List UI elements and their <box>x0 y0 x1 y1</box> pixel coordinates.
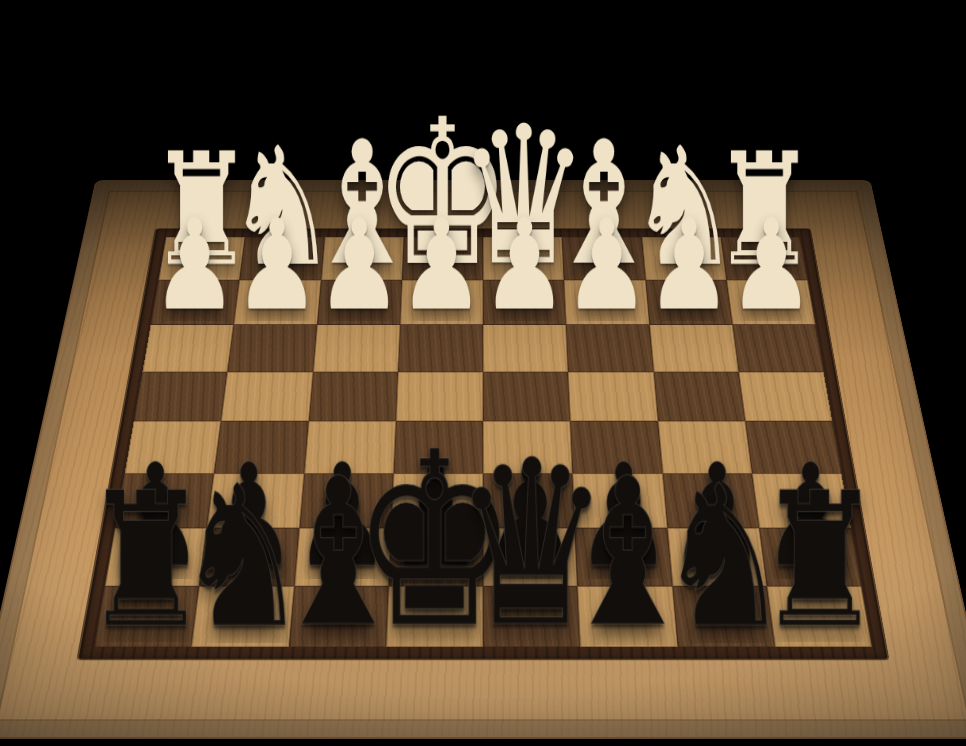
photo-backdrop: ♜♞♝♚♛♝♞♜♟♟♟♟♟♟♟♟♟♟♟♟♟♟♟♟♜♞♝♚♛♝♞♜ <box>0 0 966 746</box>
square-f2[interactable]: ♟ <box>317 280 402 325</box>
chess-board: ♜♞♝♚♛♝♞♜♟♟♟♟♟♟♟♟♟♟♟♟♟♟♟♟♜♞♝♚♛♝♞♜ <box>0 180 966 739</box>
square-b3[interactable] <box>649 325 738 372</box>
square-h2[interactable]: ♟ <box>151 280 240 325</box>
board-squares: ♜♞♝♚♛♝♞♜♟♟♟♟♟♟♟♟♟♟♟♟♟♟♟♟♜♞♝♚♛♝♞♜ <box>94 237 872 647</box>
square-a2[interactable]: ♟ <box>726 280 815 325</box>
square-b4[interactable] <box>653 372 745 421</box>
square-a3[interactable] <box>732 325 823 372</box>
square-d2[interactable]: ♟ <box>483 280 566 325</box>
square-g4[interactable] <box>221 372 313 421</box>
white-pawn-c2[interactable]: ♟ <box>564 203 650 328</box>
white-pawn-a2[interactable]: ♟ <box>728 203 814 328</box>
black-rook-a8[interactable]: ♜ <box>756 468 884 654</box>
square-h3[interactable] <box>142 325 233 372</box>
square-g3[interactable] <box>228 325 317 372</box>
square-h4[interactable] <box>134 372 228 421</box>
square-b2[interactable]: ♟ <box>645 280 732 325</box>
square-f3[interactable] <box>313 325 400 372</box>
scene: ♜♞♝♚♛♝♞♜♟♟♟♟♟♟♟♟♟♟♟♟♟♟♟♟♜♞♝♚♛♝♞♜ <box>0 0 966 746</box>
square-c3[interactable] <box>566 325 653 372</box>
white-pawn-b2[interactable]: ♟ <box>646 203 732 328</box>
square-g2[interactable]: ♟ <box>234 280 321 325</box>
white-pawn-h2[interactable]: ♟ <box>151 203 237 328</box>
square-e3[interactable] <box>398 325 483 372</box>
white-pawn-e2[interactable]: ♟ <box>399 203 485 328</box>
square-a4[interactable] <box>738 372 832 421</box>
square-d3[interactable] <box>483 325 568 372</box>
white-pawn-f2[interactable]: ♟ <box>316 203 402 328</box>
square-c2[interactable]: ♟ <box>564 280 649 325</box>
white-pawn-d2[interactable]: ♟ <box>481 203 567 328</box>
square-a8[interactable]: ♜ <box>767 586 872 647</box>
square-e2[interactable]: ♟ <box>400 280 483 325</box>
white-pawn-g2[interactable]: ♟ <box>234 203 320 328</box>
